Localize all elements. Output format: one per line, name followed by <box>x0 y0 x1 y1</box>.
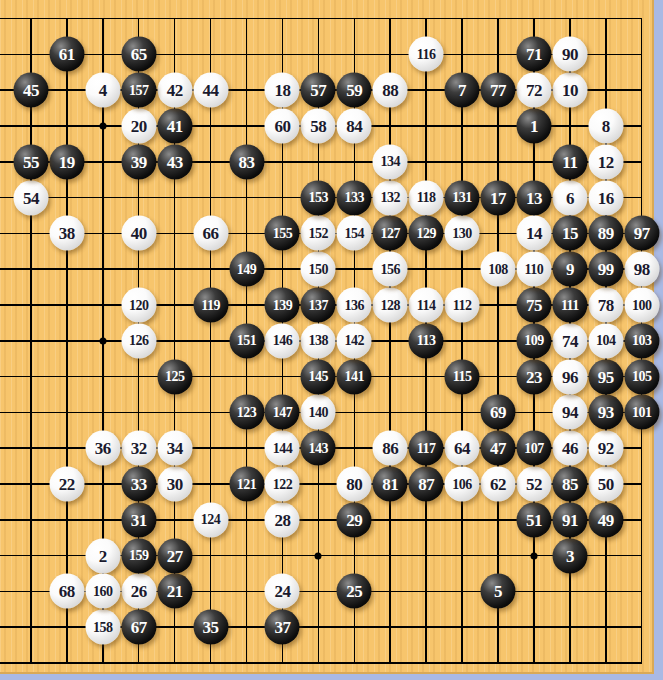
stone-black-151: 151 <box>229 323 264 358</box>
stone-white-16: 16 <box>588 180 623 215</box>
stone-white-42: 42 <box>157 73 192 108</box>
stone-black-61: 61 <box>49 37 84 72</box>
stone-white-146: 146 <box>265 323 300 358</box>
stone-black-31: 31 <box>121 502 156 537</box>
stone-black-123: 123 <box>229 395 264 430</box>
grid-line-horizontal <box>0 161 642 163</box>
stone-white-130: 130 <box>445 216 480 251</box>
stone-black-109: 109 <box>516 323 551 358</box>
stone-white-122: 122 <box>265 467 300 502</box>
stone-black-3: 3 <box>552 538 587 573</box>
stone-white-140: 140 <box>301 395 336 430</box>
stone-black-15: 15 <box>552 216 587 251</box>
stone-black-119: 119 <box>193 288 228 323</box>
stone-black-67: 67 <box>121 610 156 645</box>
stone-white-150: 150 <box>301 252 336 287</box>
stone-black-121: 121 <box>229 467 264 502</box>
stone-black-99: 99 <box>588 252 623 287</box>
stone-white-54: 54 <box>13 180 48 215</box>
stone-white-158: 158 <box>85 610 120 645</box>
stone-black-55: 55 <box>13 144 48 179</box>
stone-white-134: 134 <box>373 144 408 179</box>
stone-black-83: 83 <box>229 144 264 179</box>
stone-white-68: 68 <box>49 574 84 609</box>
star-point <box>99 337 106 344</box>
stone-white-62: 62 <box>481 467 516 502</box>
stone-black-49: 49 <box>588 502 623 537</box>
stone-black-139: 139 <box>265 288 300 323</box>
stone-white-124: 124 <box>193 502 228 537</box>
kifu-viewer-screen: 1234567891011121314151617181920212223242… <box>0 0 663 680</box>
stone-white-10: 10 <box>552 73 587 108</box>
stone-white-26: 26 <box>121 574 156 609</box>
stone-white-98: 98 <box>624 252 659 287</box>
stone-white-64: 64 <box>445 431 480 466</box>
star-point <box>99 123 106 130</box>
stone-white-22: 22 <box>49 467 84 502</box>
stone-white-2: 2 <box>85 538 120 573</box>
stone-black-25: 25 <box>337 574 372 609</box>
stone-white-40: 40 <box>121 216 156 251</box>
stone-white-92: 92 <box>588 431 623 466</box>
stone-black-157: 157 <box>121 73 156 108</box>
stone-black-51: 51 <box>516 502 551 537</box>
stone-white-8: 8 <box>588 109 623 144</box>
stone-black-145: 145 <box>301 359 336 394</box>
stone-black-141: 141 <box>337 359 372 394</box>
stone-black-143: 143 <box>301 431 336 466</box>
stone-black-93: 93 <box>588 395 623 430</box>
stone-white-88: 88 <box>373 73 408 108</box>
stone-white-104: 104 <box>588 323 623 358</box>
stone-white-128: 128 <box>373 288 408 323</box>
stone-black-75: 75 <box>516 288 551 323</box>
stone-black-77: 77 <box>481 73 516 108</box>
stone-black-71: 71 <box>516 37 551 72</box>
stone-black-45: 45 <box>13 73 48 108</box>
stone-black-155: 155 <box>265 216 300 251</box>
stone-black-133: 133 <box>337 180 372 215</box>
stone-white-116: 116 <box>409 37 444 72</box>
stone-white-34: 34 <box>157 431 192 466</box>
grid-line-vertical <box>497 18 499 664</box>
stone-white-14: 14 <box>516 216 551 251</box>
stone-white-142: 142 <box>337 323 372 358</box>
stone-black-19: 19 <box>49 144 84 179</box>
stone-black-137: 137 <box>301 288 336 323</box>
stone-black-97: 97 <box>624 216 659 251</box>
stone-black-23: 23 <box>516 359 551 394</box>
stone-black-13: 13 <box>516 180 551 215</box>
stone-white-12: 12 <box>588 144 623 179</box>
stone-black-11: 11 <box>552 144 587 179</box>
stone-black-115: 115 <box>445 359 480 394</box>
stone-white-46: 46 <box>552 431 587 466</box>
stone-white-160: 160 <box>85 574 120 609</box>
stone-white-86: 86 <box>373 431 408 466</box>
stone-black-39: 39 <box>121 144 156 179</box>
stone-black-41: 41 <box>157 109 192 144</box>
stone-black-105: 105 <box>624 359 659 394</box>
stone-black-35: 35 <box>193 610 228 645</box>
stone-white-154: 154 <box>337 216 372 251</box>
stone-white-90: 90 <box>552 37 587 72</box>
stone-black-111: 111 <box>552 288 587 323</box>
stone-white-24: 24 <box>265 574 300 609</box>
go-board[interactable]: 1234567891011121314151617181920212223242… <box>0 0 654 674</box>
stone-black-117: 117 <box>409 431 444 466</box>
stone-white-94: 94 <box>552 395 587 430</box>
stone-black-27: 27 <box>157 538 192 573</box>
stone-black-43: 43 <box>157 144 192 179</box>
stone-white-96: 96 <box>552 359 587 394</box>
stone-black-95: 95 <box>588 359 623 394</box>
stone-black-159: 159 <box>121 538 156 573</box>
stone-white-18: 18 <box>265 73 300 108</box>
stone-white-28: 28 <box>265 502 300 537</box>
stone-black-69: 69 <box>481 395 516 430</box>
stone-black-85: 85 <box>552 467 587 502</box>
grid-line-vertical <box>389 18 391 664</box>
stone-black-107: 107 <box>516 431 551 466</box>
stone-black-33: 33 <box>121 467 156 502</box>
stone-black-17: 17 <box>481 180 516 215</box>
stone-black-21: 21 <box>157 574 192 609</box>
stone-black-37: 37 <box>265 610 300 645</box>
stone-white-30: 30 <box>157 467 192 502</box>
star-point <box>530 552 537 559</box>
stone-black-153: 153 <box>301 180 336 215</box>
stone-white-36: 36 <box>85 431 120 466</box>
stone-black-7: 7 <box>445 73 480 108</box>
stone-white-120: 120 <box>121 288 156 323</box>
stone-black-131: 131 <box>445 180 480 215</box>
stone-white-6: 6 <box>552 180 587 215</box>
stone-white-20: 20 <box>121 109 156 144</box>
stone-black-1: 1 <box>516 109 551 144</box>
stone-white-60: 60 <box>265 109 300 144</box>
stone-black-149: 149 <box>229 252 264 287</box>
stone-black-57: 57 <box>301 73 336 108</box>
stone-white-38: 38 <box>49 216 84 251</box>
stone-black-125: 125 <box>157 359 192 394</box>
stone-white-108: 108 <box>481 252 516 287</box>
stone-white-114: 114 <box>409 288 444 323</box>
stone-white-78: 78 <box>588 288 623 323</box>
stone-black-65: 65 <box>121 37 156 72</box>
stone-white-44: 44 <box>193 73 228 108</box>
stone-black-9: 9 <box>552 252 587 287</box>
stone-black-87: 87 <box>409 467 444 502</box>
stone-black-29: 29 <box>337 502 372 537</box>
stone-white-138: 138 <box>301 323 336 358</box>
stone-black-81: 81 <box>373 467 408 502</box>
stone-black-91: 91 <box>552 502 587 537</box>
stone-black-129: 129 <box>409 216 444 251</box>
stone-white-58: 58 <box>301 109 336 144</box>
stone-white-50: 50 <box>588 467 623 502</box>
stone-white-32: 32 <box>121 431 156 466</box>
stone-white-84: 84 <box>337 109 372 144</box>
stone-black-89: 89 <box>588 216 623 251</box>
stone-white-66: 66 <box>193 216 228 251</box>
stone-black-103: 103 <box>624 323 659 358</box>
stone-black-59: 59 <box>337 73 372 108</box>
stone-black-113: 113 <box>409 323 444 358</box>
stone-white-144: 144 <box>265 431 300 466</box>
stone-white-136: 136 <box>337 288 372 323</box>
stone-white-132: 132 <box>373 180 408 215</box>
stone-white-156: 156 <box>373 252 408 287</box>
stone-white-112: 112 <box>445 288 480 323</box>
stone-white-152: 152 <box>301 216 336 251</box>
stone-white-52: 52 <box>516 467 551 502</box>
stone-black-127: 127 <box>373 216 408 251</box>
stone-black-5: 5 <box>481 574 516 609</box>
stone-white-74: 74 <box>552 323 587 358</box>
stone-black-147: 147 <box>265 395 300 430</box>
stone-white-110: 110 <box>516 252 551 287</box>
stone-white-4: 4 <box>85 73 120 108</box>
grid-line-vertical <box>461 18 463 664</box>
stone-white-72: 72 <box>516 73 551 108</box>
grid-line-horizontal <box>0 18 642 20</box>
stone-white-118: 118 <box>409 180 444 215</box>
grid-line-horizontal <box>0 662 642 664</box>
stone-black-47: 47 <box>481 431 516 466</box>
stone-white-126: 126 <box>121 323 156 358</box>
stone-white-106: 106 <box>445 467 480 502</box>
stone-white-100: 100 <box>624 288 659 323</box>
stone-white-80: 80 <box>337 467 372 502</box>
stone-black-101: 101 <box>624 395 659 430</box>
star-point <box>315 552 322 559</box>
